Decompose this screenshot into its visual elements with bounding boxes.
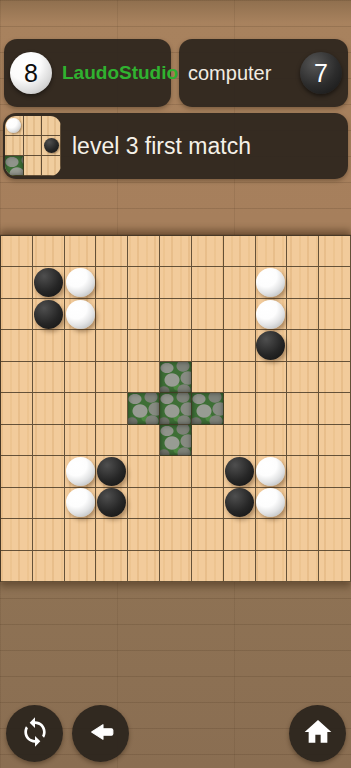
board-cell[interactable] xyxy=(256,456,288,487)
white-stone xyxy=(256,488,285,517)
board-cell[interactable] xyxy=(319,330,351,361)
board-cell[interactable] xyxy=(96,425,128,456)
board-cell[interactable] xyxy=(1,456,33,487)
board-cell[interactable] xyxy=(96,393,128,424)
board-cell[interactable] xyxy=(287,330,319,361)
board-cell[interactable] xyxy=(256,362,288,393)
board-cell[interactable] xyxy=(1,488,33,519)
mini-board-icon xyxy=(5,116,61,176)
board-cell[interactable] xyxy=(1,519,33,550)
blocked-moss-cell xyxy=(160,425,192,456)
board-cell[interactable] xyxy=(96,362,128,393)
board-cell[interactable] xyxy=(65,425,97,456)
board-cell[interactable] xyxy=(319,519,351,550)
board-cell[interactable] xyxy=(319,551,351,582)
mini-cell xyxy=(42,116,61,136)
mini-cell xyxy=(42,136,61,156)
board-cell[interactable] xyxy=(128,362,160,393)
board-cell[interactable] xyxy=(1,267,33,298)
board-cell[interactable] xyxy=(256,236,288,267)
board-cell[interactable] xyxy=(319,425,351,456)
board-cell[interactable] xyxy=(160,299,192,330)
sync-restart-icon xyxy=(19,716,51,751)
board-cell[interactable] xyxy=(287,267,319,298)
mini-black-stone-icon xyxy=(44,138,59,153)
board-cell[interactable] xyxy=(256,425,288,456)
board-cell[interactable] xyxy=(96,267,128,298)
board-cell[interactable] xyxy=(33,456,65,487)
board-cell[interactable] xyxy=(33,425,65,456)
board-cell[interactable] xyxy=(128,267,160,298)
board-cell[interactable] xyxy=(192,425,224,456)
board-cell[interactable] xyxy=(65,488,97,519)
black-stone xyxy=(97,488,126,517)
board-cell[interactable] xyxy=(33,488,65,519)
board-cell[interactable] xyxy=(287,362,319,393)
mini-cell xyxy=(42,156,61,176)
board-cell[interactable] xyxy=(160,488,192,519)
back-button[interactable] xyxy=(72,705,129,762)
board-cell[interactable] xyxy=(1,362,33,393)
blocked-moss-cell xyxy=(160,362,192,393)
home-button[interactable] xyxy=(289,705,346,762)
board-cell[interactable] xyxy=(65,330,97,361)
board-cell[interactable] xyxy=(160,267,192,298)
board-cell[interactable] xyxy=(192,299,224,330)
board-cell[interactable] xyxy=(65,362,97,393)
board-cell[interactable] xyxy=(192,488,224,519)
board-cell[interactable] xyxy=(319,456,351,487)
board-cell[interactable] xyxy=(224,330,256,361)
board-cell[interactable] xyxy=(128,330,160,361)
board-cell[interactable] xyxy=(287,456,319,487)
blocked-moss-cell xyxy=(128,393,160,424)
board-cell[interactable] xyxy=(319,488,351,519)
board-cell[interactable] xyxy=(319,362,351,393)
player-score-panel: 8 LaudoStudio xyxy=(4,39,171,107)
board-cell[interactable] xyxy=(65,456,97,487)
level-banner: level 3 first match xyxy=(3,113,348,179)
board-cell[interactable] xyxy=(1,299,33,330)
board-cell[interactable] xyxy=(256,519,288,550)
level-banner-text: level 3 first match xyxy=(72,133,251,160)
board-cell[interactable] xyxy=(224,393,256,424)
board-cell[interactable] xyxy=(128,488,160,519)
board-cell[interactable] xyxy=(256,267,288,298)
home-icon xyxy=(302,716,334,751)
board-cell[interactable] xyxy=(319,267,351,298)
board-cell[interactable] xyxy=(128,299,160,330)
white-stone xyxy=(66,457,95,486)
board-cell[interactable] xyxy=(1,425,33,456)
board-cell[interactable] xyxy=(1,393,33,424)
board-cell[interactable] xyxy=(224,267,256,298)
board-cell[interactable] xyxy=(33,330,65,361)
board-cell[interactable] xyxy=(96,519,128,550)
board-cell[interactable] xyxy=(287,236,319,267)
board-cell[interactable] xyxy=(287,299,319,330)
board-cell[interactable] xyxy=(256,299,288,330)
white-stone-score-icon: 8 xyxy=(10,52,52,94)
blocked-moss-cell xyxy=(160,393,192,424)
board-cell[interactable] xyxy=(65,267,97,298)
board-cell[interactable] xyxy=(33,393,65,424)
board-cell[interactable] xyxy=(319,299,351,330)
black-stone xyxy=(34,268,63,297)
board-cell[interactable] xyxy=(1,330,33,361)
mini-cell xyxy=(24,136,43,156)
board-cell[interactable] xyxy=(160,456,192,487)
mini-cell xyxy=(24,116,43,136)
mini-cell xyxy=(24,156,43,176)
board-cell[interactable] xyxy=(287,488,319,519)
black-stone xyxy=(225,457,254,486)
board-cell[interactable] xyxy=(192,267,224,298)
board-cell[interactable] xyxy=(192,456,224,487)
board-cell[interactable] xyxy=(287,551,319,582)
board-cell[interactable] xyxy=(96,299,128,330)
board-cell[interactable] xyxy=(287,393,319,424)
mini-white-stone-icon xyxy=(6,118,21,133)
board-cell[interactable] xyxy=(256,551,288,582)
black-stone-score-icon: 7 xyxy=(300,52,342,94)
board-cell[interactable] xyxy=(65,299,97,330)
board-cell[interactable] xyxy=(128,519,160,550)
board-cell[interactable] xyxy=(160,519,192,550)
board-cell[interactable] xyxy=(96,456,128,487)
board-cell[interactable] xyxy=(192,362,224,393)
opponent-score: 7 xyxy=(314,61,328,86)
board-cell[interactable] xyxy=(224,425,256,456)
board-cell[interactable] xyxy=(96,330,128,361)
board-cell[interactable] xyxy=(33,519,65,550)
board-cell[interactable] xyxy=(160,330,192,361)
white-stone xyxy=(256,268,285,297)
board-cell[interactable] xyxy=(224,299,256,330)
board-cell[interactable] xyxy=(33,551,65,582)
board-cell[interactable] xyxy=(1,236,33,267)
board-cell[interactable] xyxy=(256,330,288,361)
board-cell[interactable] xyxy=(65,519,97,550)
restart-button[interactable] xyxy=(6,705,63,762)
black-stone xyxy=(97,457,126,486)
black-stone xyxy=(256,331,285,360)
opponent-score-panel: computer 7 xyxy=(179,39,348,107)
board-cell[interactable] xyxy=(160,551,192,582)
board-cell[interactable] xyxy=(224,362,256,393)
blocked-moss-cell xyxy=(192,393,224,424)
mini-moss-cell-icon xyxy=(5,156,24,176)
board-cell[interactable] xyxy=(224,488,256,519)
board-cell[interactable] xyxy=(256,393,288,424)
board-cell[interactable] xyxy=(287,425,319,456)
player-name: LaudoStudio xyxy=(62,62,178,84)
board-cell[interactable] xyxy=(33,236,65,267)
black-stone xyxy=(225,488,254,517)
black-stone xyxy=(34,300,63,329)
opponent-name: computer xyxy=(188,62,300,85)
board-cell[interactable] xyxy=(224,456,256,487)
game-board[interactable] xyxy=(0,235,351,582)
board-cell[interactable] xyxy=(96,488,128,519)
board-cell[interactable] xyxy=(33,267,65,298)
board-cell[interactable] xyxy=(256,488,288,519)
board-cell[interactable] xyxy=(224,551,256,582)
white-stone xyxy=(256,457,285,486)
board-cell[interactable] xyxy=(128,551,160,582)
board-cell[interactable] xyxy=(96,236,128,267)
board-cell[interactable] xyxy=(287,519,319,550)
board-cell[interactable] xyxy=(128,425,160,456)
board-cell[interactable] xyxy=(33,299,65,330)
board-cell[interactable] xyxy=(192,551,224,582)
board-cell[interactable] xyxy=(319,236,351,267)
board-cell[interactable] xyxy=(192,236,224,267)
board-cell[interactable] xyxy=(65,393,97,424)
white-stone xyxy=(66,268,95,297)
white-stone xyxy=(256,300,285,329)
back-arrow-icon xyxy=(85,716,117,751)
mini-cell xyxy=(5,136,24,156)
board-cell[interactable] xyxy=(192,330,224,361)
board-cell[interactable] xyxy=(224,519,256,550)
white-stone xyxy=(66,300,95,329)
board-cell[interactable] xyxy=(319,393,351,424)
white-stone xyxy=(66,488,95,517)
mini-cell xyxy=(5,116,24,136)
board-cell[interactable] xyxy=(224,236,256,267)
board-cell[interactable] xyxy=(33,362,65,393)
board-cell[interactable] xyxy=(192,519,224,550)
board-cell[interactable] xyxy=(160,236,192,267)
player-score: 8 xyxy=(24,61,38,86)
board-cell[interactable] xyxy=(65,236,97,267)
board-cell[interactable] xyxy=(128,236,160,267)
board-cell[interactable] xyxy=(65,551,97,582)
board-cell[interactable] xyxy=(128,456,160,487)
board-cell[interactable] xyxy=(96,551,128,582)
board-cell[interactable] xyxy=(1,551,33,582)
